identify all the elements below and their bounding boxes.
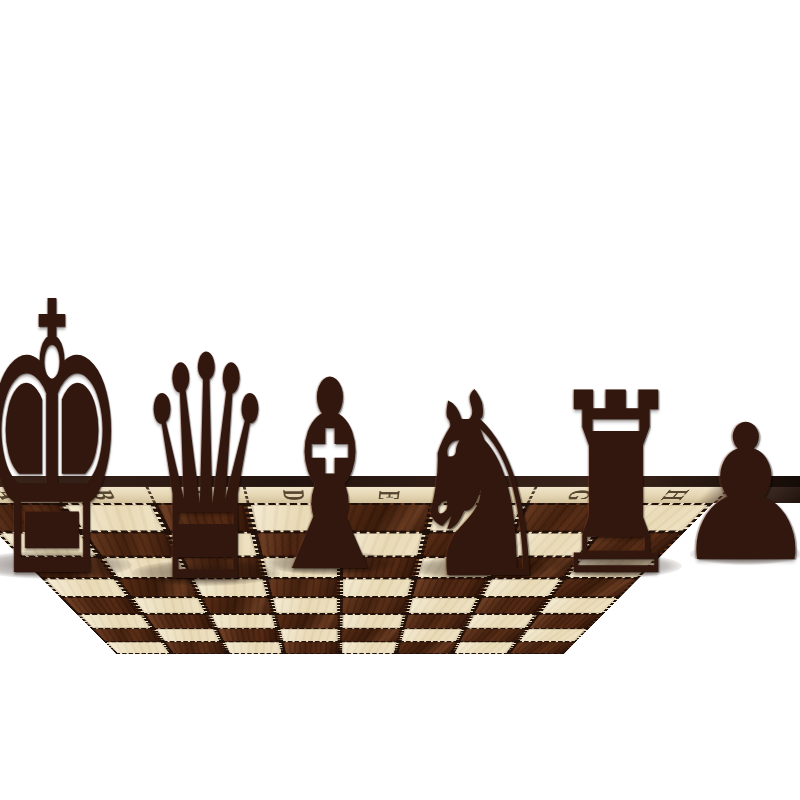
square-e6[interactable] [340,557,420,579]
square-h1[interactable] [508,642,576,654]
border-stitch-tick [527,487,538,503]
file-label-f: F [465,488,501,502]
square-a3[interactable] [76,614,153,629]
square-f6[interactable] [415,557,500,579]
square-f5[interactable] [410,578,489,597]
square-g2[interactable] [458,629,527,642]
square-f2[interactable] [399,629,465,642]
board-corner [695,487,800,503]
square-c3[interactable] [208,614,278,629]
square-b3[interactable] [142,614,215,629]
border-stitch-tick [433,487,440,503]
square-b2[interactable] [153,629,222,642]
square-h3[interactable] [527,614,604,629]
square-d6[interactable] [260,557,340,579]
border-stitch-tick [340,487,343,503]
square-h6[interactable] [564,557,660,579]
border-stitch-tick [48,487,63,503]
square-a4[interactable] [60,597,142,614]
square-d2[interactable] [278,629,340,642]
file-label-c: C [179,488,215,502]
file-label-b: B [82,488,121,502]
square-h2[interactable] [517,629,589,642]
square-c2[interactable] [215,629,281,642]
square-b6[interactable] [100,557,191,579]
file-label-h: H [653,488,695,502]
square-f1[interactable] [396,642,458,654]
square-e8[interactable] [340,503,433,532]
square-b1[interactable] [163,642,228,654]
square-c5[interactable] [191,578,270,597]
square-a5[interactable] [41,578,130,597]
square-h5[interactable] [550,578,639,597]
square-c6[interactable] [180,557,265,579]
square-e1[interactable] [340,642,399,654]
border-stitch-tick [620,487,635,503]
chessboard: A B C D E F G H [0,0,800,703]
square-a2[interactable] [91,629,163,642]
square-h8[interactable] [598,503,713,532]
square-b7[interactable] [82,532,180,557]
square-b5[interactable] [116,578,200,597]
chess-set-photo: A B C D E F G H ♚ ♛ ♝ ♞ ♜ ♟ [0,0,800,800]
square-c4[interactable] [200,597,274,614]
square-d7[interactable] [254,532,340,557]
square-h4[interactable] [538,597,620,614]
square-d8[interactable] [247,503,340,532]
border-stitch-tick [145,487,156,503]
square-f4[interactable] [406,597,480,614]
square-f8[interactable] [426,503,526,532]
square-c1[interactable] [222,642,284,654]
square-f7[interactable] [420,532,512,557]
square-b4[interactable] [130,597,208,614]
square-c7[interactable] [168,532,260,557]
border-stitch-tick [243,487,250,503]
file-label-d: D [276,488,308,502]
square-h7[interactable] [580,532,685,557]
file-label-g: G [559,488,598,502]
square-d5[interactable] [265,578,340,597]
square-e3[interactable] [340,614,406,629]
square-a1[interactable] [104,642,172,654]
square-g1[interactable] [452,642,517,654]
square-e5[interactable] [340,578,415,597]
square-d4[interactable] [270,597,340,614]
square-e7[interactable] [340,532,426,557]
square-e4[interactable] [340,597,410,614]
file-label-a: A [0,488,27,502]
board-side-edge [0,476,800,487]
square-d1[interactable] [281,642,340,654]
board-squares-grid [0,503,713,654]
square-d3[interactable] [274,614,340,629]
square-e2[interactable] [340,629,402,642]
square-f3[interactable] [402,614,472,629]
board-border-strip: A B C D E F G H [0,487,800,503]
square-c8[interactable] [153,503,253,532]
board-3d-surface: A B C D E F G H [0,476,800,664]
file-label-e: E [372,488,404,502]
